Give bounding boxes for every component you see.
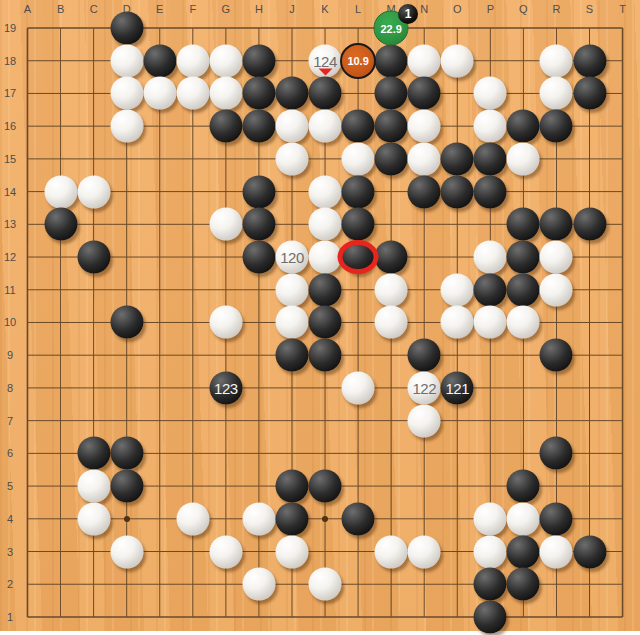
black-stone-G8[interactable]: 123 (209, 371, 242, 404)
black-stone-C12[interactable] (77, 241, 110, 274)
white-stone-P16[interactable] (474, 110, 507, 143)
black-stone-S13[interactable] (573, 208, 606, 241)
white-stone-O11[interactable] (441, 273, 474, 306)
white-stone-G17[interactable] (209, 77, 242, 110)
black-stone-M15[interactable] (375, 142, 408, 175)
black-stone-S18[interactable] (573, 44, 606, 77)
black-stone-M12[interactable] (375, 241, 408, 274)
white-stone-P12[interactable] (474, 241, 507, 274)
white-stone-R11[interactable] (540, 273, 573, 306)
black-stone-P11[interactable] (474, 273, 507, 306)
white-stone-H4[interactable] (242, 502, 275, 535)
black-stone-O14[interactable] (441, 175, 474, 208)
coord-row-13: 13 (4, 219, 16, 230)
black-stone-S17[interactable] (573, 77, 606, 110)
white-stone-M3[interactable] (375, 535, 408, 568)
black-stone-H17[interactable] (242, 77, 275, 110)
black-stone-R4[interactable] (540, 502, 573, 535)
white-stone-J16[interactable] (275, 110, 308, 143)
black-stone-J5[interactable] (275, 470, 308, 503)
white-stone-F4[interactable] (176, 502, 209, 535)
coord-row-10: 10 (4, 317, 16, 328)
white-stone-J11[interactable] (275, 273, 308, 306)
white-stone-N15[interactable] (408, 142, 441, 175)
go-review-screen: ABCDEFGHJKLMNOPQRST 19181716151413121110… (0, 0, 640, 635)
go-board[interactable]: ABCDEFGHJKLMNOPQRST 19181716151413121110… (0, 0, 640, 631)
white-stone-K12[interactable] (309, 241, 342, 274)
coord-row-7: 7 (7, 415, 13, 426)
white-stone-J15[interactable] (275, 142, 308, 175)
white-stone-G18[interactable] (209, 44, 242, 77)
black-stone-R13[interactable] (540, 208, 573, 241)
coord-row-12: 12 (4, 252, 16, 263)
coord-row-14: 14 (4, 186, 16, 197)
coord-col-O: O (453, 4, 462, 15)
coord-row-8: 8 (7, 382, 13, 393)
white-stone-D18[interactable] (110, 44, 143, 77)
white-stone-E17[interactable] (143, 77, 176, 110)
white-stone-K2[interactable] (309, 568, 342, 601)
white-stone-G13[interactable] (209, 208, 242, 241)
white-stone-R12[interactable] (540, 241, 573, 274)
black-stone-N9[interactable] (408, 339, 441, 372)
white-stone-O10[interactable] (441, 306, 474, 339)
black-stone-L14[interactable] (342, 175, 375, 208)
white-stone-N8[interactable]: 122 (408, 371, 441, 404)
black-stone-G16[interactable] (209, 110, 242, 143)
move-number-122: 122 (412, 380, 436, 395)
black-stone-R6[interactable] (540, 437, 573, 470)
red-ring-marker-L12 (338, 240, 379, 274)
black-stone-P15[interactable] (474, 142, 507, 175)
coord-row-17: 17 (4, 88, 16, 99)
black-stone-P2[interactable] (474, 568, 507, 601)
white-stone-B14[interactable] (44, 175, 77, 208)
white-stone-L15[interactable] (342, 142, 375, 175)
white-stone-K16[interactable] (309, 110, 342, 143)
black-stone-J9[interactable] (275, 339, 308, 372)
coord-col-S: S (586, 4, 593, 15)
star-point-K4 (322, 516, 328, 522)
white-stone-F18[interactable] (176, 44, 209, 77)
white-stone-P4[interactable] (474, 502, 507, 535)
coord-row-18: 18 (4, 55, 16, 66)
white-stone-N3[interactable] (408, 535, 441, 568)
coord-row-3: 3 (7, 546, 13, 557)
black-stone-N17[interactable] (408, 77, 441, 110)
white-stone-P3[interactable] (474, 535, 507, 568)
black-stone-H12[interactable] (242, 241, 275, 274)
black-stone-N14[interactable] (408, 175, 441, 208)
white-stone-J12[interactable]: 120 (275, 241, 308, 274)
star-point-D4 (124, 516, 130, 522)
coord-col-Q: Q (519, 4, 528, 15)
coord-row-5: 5 (7, 481, 13, 492)
coord-col-A: A (24, 4, 31, 15)
white-stone-O18[interactable] (441, 44, 474, 77)
coord-row-2: 2 (7, 579, 13, 590)
black-stone-L4[interactable] (342, 502, 375, 535)
black-stone-Q11[interactable] (507, 273, 540, 306)
black-stone-Q13[interactable] (507, 208, 540, 241)
coord-col-K: K (321, 4, 328, 15)
black-stone-K9[interactable] (309, 339, 342, 372)
black-stone-R16[interactable] (540, 110, 573, 143)
mistake-triangle-icon (318, 68, 332, 75)
move-number-124: 124 (313, 53, 337, 68)
white-stone-Q10[interactable] (507, 306, 540, 339)
sequence-badge-M19: 1 (398, 4, 418, 24)
white-stone-K13[interactable] (309, 208, 342, 241)
black-stone-H18[interactable] (242, 44, 275, 77)
black-stone-M16[interactable] (375, 110, 408, 143)
white-stone-M10[interactable] (375, 306, 408, 339)
white-stone-R3[interactable] (540, 535, 573, 568)
white-stone-R18[interactable] (540, 44, 573, 77)
white-stone-N7[interactable] (408, 404, 441, 437)
black-stone-K11[interactable] (309, 273, 342, 306)
coord-col-E: E (156, 4, 163, 15)
coord-col-G: G (222, 4, 231, 15)
white-stone-N16[interactable] (408, 110, 441, 143)
black-stone-D10[interactable] (110, 306, 143, 339)
black-stone-D6[interactable] (110, 437, 143, 470)
coord-row-6: 6 (7, 448, 13, 459)
black-stone-E18[interactable] (143, 44, 176, 77)
black-stone-L16[interactable] (342, 110, 375, 143)
white-stone-P17[interactable] (474, 77, 507, 110)
black-stone-K17[interactable] (309, 77, 342, 110)
coord-row-1: 1 (7, 611, 13, 622)
black-stone-K5[interactable] (309, 470, 342, 503)
coord-col-R: R (552, 4, 560, 15)
candidate-move-L18[interactable]: 10.9 (340, 43, 376, 79)
move-number-121: 121 (446, 380, 470, 395)
white-stone-H2[interactable] (242, 568, 275, 601)
white-stone-G10[interactable] (209, 306, 242, 339)
black-stone-L13[interactable] (342, 208, 375, 241)
white-stone-Q4[interactable] (507, 502, 540, 535)
coord-col-F: F (189, 4, 196, 15)
white-stone-G3[interactable] (209, 535, 242, 568)
move-number-120: 120 (280, 250, 304, 265)
black-stone-M17[interactable] (375, 77, 408, 110)
black-stone-D5[interactable] (110, 470, 143, 503)
black-stone-K10[interactable] (309, 306, 342, 339)
white-stone-J3[interactable] (275, 535, 308, 568)
white-stone-C5[interactable] (77, 470, 110, 503)
black-stone-D19[interactable] (110, 12, 143, 45)
coord-col-P: P (487, 4, 494, 15)
white-stone-N18[interactable] (408, 44, 441, 77)
white-stone-D17[interactable] (110, 77, 143, 110)
coord-col-T: T (619, 4, 626, 15)
white-stone-P10[interactable] (474, 306, 507, 339)
black-stone-M18[interactable] (375, 44, 408, 77)
move-number-123: 123 (214, 380, 238, 395)
coord-row-19: 19 (4, 23, 16, 34)
black-stone-Q3[interactable] (507, 535, 540, 568)
coord-col-H: H (255, 4, 263, 15)
coord-row-15: 15 (4, 153, 16, 164)
black-stone-B13[interactable] (44, 208, 77, 241)
black-stone-Q16[interactable] (507, 110, 540, 143)
black-stone-H13[interactable] (242, 208, 275, 241)
coord-row-9: 9 (7, 350, 13, 361)
coord-row-16: 16 (4, 121, 16, 132)
black-stone-P14[interactable] (474, 175, 507, 208)
coord-col-B: B (57, 4, 64, 15)
white-stone-F17[interactable] (176, 77, 209, 110)
black-stone-O15[interactable] (441, 142, 474, 175)
black-stone-S3[interactable] (573, 535, 606, 568)
coord-col-L: L (355, 4, 361, 15)
black-stone-Q12[interactable] (507, 241, 540, 274)
coord-row-11: 11 (4, 284, 15, 295)
black-stone-Q2[interactable] (507, 568, 540, 601)
coord-row-4: 4 (7, 513, 13, 524)
white-stone-R17[interactable] (540, 77, 573, 110)
black-stone-Q5[interactable] (507, 470, 540, 503)
coord-col-J: J (289, 4, 295, 15)
coord-col-N: N (420, 4, 428, 15)
white-stone-K18[interactable]: 124 (309, 44, 342, 77)
white-stone-C4[interactable] (77, 502, 110, 535)
black-stone-R9[interactable] (540, 339, 573, 372)
bottom-margin (0, 631, 640, 635)
black-stone-J17[interactable] (275, 77, 308, 110)
white-stone-D16[interactable] (110, 110, 143, 143)
white-stone-Q15[interactable] (507, 142, 540, 175)
black-stone-H14[interactable] (242, 175, 275, 208)
white-stone-D3[interactable] (110, 535, 143, 568)
white-stone-K14[interactable] (309, 175, 342, 208)
black-stone-P1[interactable] (474, 600, 507, 633)
black-stone-C6[interactable] (77, 437, 110, 470)
black-stone-J4[interactable] (275, 502, 308, 535)
black-stone-O8[interactable]: 121 (441, 371, 474, 404)
white-stone-L8[interactable] (342, 371, 375, 404)
black-stone-H16[interactable] (242, 110, 275, 143)
white-stone-C14[interactable] (77, 175, 110, 208)
white-stone-M11[interactable] (375, 273, 408, 306)
white-stone-J10[interactable] (275, 306, 308, 339)
coord-col-C: C (90, 4, 98, 15)
